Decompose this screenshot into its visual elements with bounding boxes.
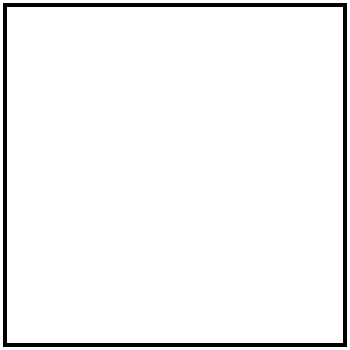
- chess-board-frame: [3, 3, 347, 347]
- chess-board: [7, 7, 343, 343]
